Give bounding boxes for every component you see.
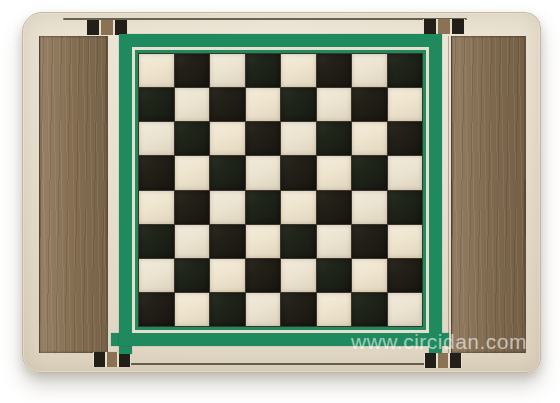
square-h4 (388, 191, 423, 224)
checkerboard (22, 12, 541, 373)
square-g1 (352, 293, 387, 326)
corner-inlay-top-left (86, 20, 128, 35)
square-d3 (246, 225, 281, 258)
inlay-stripe-black (94, 352, 105, 367)
square-b2 (175, 259, 210, 292)
square-e2 (281, 259, 316, 292)
square-a8 (139, 54, 174, 87)
photo-background: www.circidan.com (0, 0, 560, 403)
square-c7 (210, 88, 245, 121)
watermark: www.circidan.com (351, 330, 560, 353)
square-c2 (210, 259, 245, 292)
square-e5 (281, 156, 316, 189)
inlay-stripe-black (425, 353, 436, 368)
inlay-stripe-tan (438, 19, 450, 34)
square-b3 (175, 225, 210, 258)
square-f3 (317, 225, 352, 258)
square-e1 (281, 293, 316, 326)
square-a1 (139, 293, 174, 326)
square-e8 (281, 54, 316, 87)
inlay-stripe-black (115, 20, 127, 35)
inner-green-pinstripe (135, 50, 426, 330)
green-band-extension-left-down (119, 346, 132, 354)
square-b5 (175, 156, 210, 189)
square-b4 (175, 191, 210, 224)
square-c6 (210, 122, 245, 155)
square-e4 (281, 191, 316, 224)
square-g8 (352, 54, 387, 87)
square-a7 (139, 88, 174, 121)
square-a6 (139, 122, 174, 155)
wood-panel-right (451, 36, 526, 353)
square-a5 (139, 156, 174, 189)
square-c8 (210, 54, 245, 87)
square-g2 (352, 259, 387, 292)
inlay-stripe-black (424, 19, 436, 34)
square-d8 (246, 54, 281, 87)
square-d7 (246, 88, 281, 121)
square-e6 (281, 122, 316, 155)
square-g7 (352, 88, 387, 121)
bottom-pinstripe (93, 363, 462, 365)
square-f7 (317, 88, 352, 121)
square-c1 (210, 293, 245, 326)
square-b7 (175, 88, 210, 121)
square-d1 (246, 293, 281, 326)
square-g5 (352, 156, 387, 189)
inlay-stripe-black (452, 19, 464, 34)
checkerboard-grid (138, 53, 423, 327)
square-d5 (246, 156, 281, 189)
square-a3 (139, 225, 174, 258)
square-c5 (210, 156, 245, 189)
square-d4 (246, 191, 281, 224)
square-e7 (281, 88, 316, 121)
square-b6 (175, 122, 210, 155)
square-f5 (317, 156, 352, 189)
corner-inlay-top-right (423, 19, 465, 34)
inlay-stripe-black (119, 352, 130, 367)
square-g6 (352, 122, 387, 155)
square-h7 (388, 88, 423, 121)
corner-inlay-bottom-left (93, 352, 131, 367)
square-f8 (317, 54, 352, 87)
square-b1 (175, 293, 210, 326)
square-g4 (352, 191, 387, 224)
cream-pinstripe-ring (132, 47, 429, 333)
square-c3 (210, 225, 245, 258)
square-f2 (317, 259, 352, 292)
inlay-stripe-black (87, 20, 99, 35)
square-h2 (388, 259, 423, 292)
square-f4 (317, 191, 352, 224)
corner-inlay-bottom-right (424, 353, 462, 368)
square-h6 (388, 122, 423, 155)
square-c4 (210, 191, 245, 224)
square-b8 (175, 54, 210, 87)
inlay-stripe-tan (107, 352, 118, 367)
inlay-stripe-tan (101, 20, 113, 35)
inlay-stripe-tan (438, 353, 449, 368)
square-f6 (317, 122, 352, 155)
square-e3 (281, 225, 316, 258)
green-band-extension-bottom-left (111, 333, 119, 346)
square-h1 (388, 293, 423, 326)
inlay-stripe-black (450, 353, 461, 368)
square-f1 (317, 293, 352, 326)
square-h5 (388, 156, 423, 189)
square-a2 (139, 259, 174, 292)
green-border-frame (119, 34, 442, 346)
square-d6 (246, 122, 281, 155)
wood-panel-left (39, 36, 108, 353)
square-h3 (388, 225, 423, 258)
panel-edge-line (448, 36, 449, 353)
square-h8 (388, 54, 423, 87)
square-g3 (352, 225, 387, 258)
square-d2 (246, 259, 281, 292)
square-a4 (139, 191, 174, 224)
